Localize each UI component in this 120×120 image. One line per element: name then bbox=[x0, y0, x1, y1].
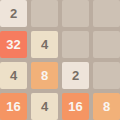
tile-16: 16 bbox=[0, 93, 27, 120]
tile-4: 4 bbox=[31, 31, 58, 58]
empty-cell bbox=[93, 0, 120, 27]
empty-cell bbox=[93, 62, 120, 89]
empty-cell bbox=[93, 31, 120, 58]
tile-4: 4 bbox=[31, 93, 58, 120]
empty-cell bbox=[62, 31, 89, 58]
tile-2: 2 bbox=[62, 62, 89, 89]
tile-16: 16 bbox=[62, 93, 89, 120]
tile-2: 2 bbox=[0, 0, 27, 27]
tile-32: 32 bbox=[0, 31, 27, 58]
game-board-2048[interactable]: 2324482164168 bbox=[0, 0, 120, 120]
empty-cell bbox=[31, 0, 58, 27]
tile-4: 4 bbox=[0, 62, 27, 89]
empty-cell bbox=[62, 0, 89, 27]
tile-8: 8 bbox=[93, 93, 120, 120]
tile-8: 8 bbox=[31, 62, 58, 89]
